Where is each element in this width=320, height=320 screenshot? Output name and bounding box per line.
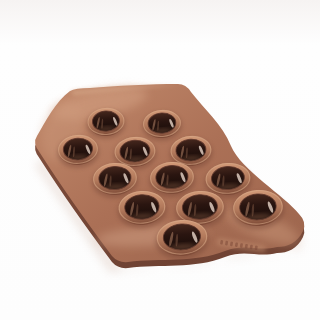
product-photo [0,0,320,320]
mould-illustration [0,0,320,320]
